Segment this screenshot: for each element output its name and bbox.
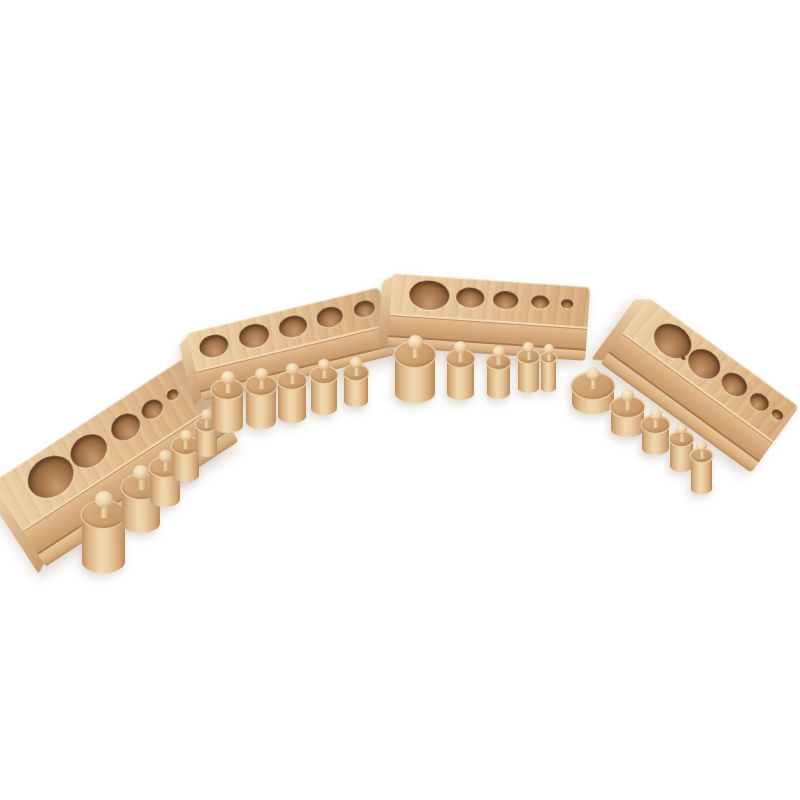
block-3-socket-5 — [561, 299, 574, 309]
block-1-socket-4 — [138, 396, 166, 423]
block-3-socket-3 — [493, 290, 519, 310]
knobbed-cylinder-set-4-4-knob — [676, 424, 687, 434]
block-4-socket-4 — [746, 390, 772, 415]
knobbed-cylinder-set-2-5-knob — [350, 357, 362, 368]
block-4-socket-5 — [770, 407, 785, 421]
knobbed-cylinder-set-4-3 — [642, 409, 669, 455]
knobbed-cylinder-set-1-4 — [172, 430, 199, 482]
product-photo — [0, 0, 800, 800]
knobbed-cylinder-set-2-2 — [246, 368, 276, 429]
knobbed-cylinder-set-3-2 — [447, 341, 474, 400]
knobbed-cylinder-set-3-3-knob — [493, 346, 505, 357]
knobbed-cylinder-set-1-3-knob — [159, 450, 172, 462]
block-2-socket-1 — [197, 332, 230, 360]
knobbed-cylinder-set-3-5-body — [541, 358, 556, 392]
knobbed-cylinder-set-4-2-knob — [621, 389, 634, 401]
block-1-socket-5 — [165, 387, 181, 402]
block-1-socket-3 — [106, 408, 145, 445]
knobbed-cylinder-set-4-1-knob — [586, 367, 600, 380]
knobbed-cylinder-set-2-3 — [278, 363, 306, 423]
knobbed-cylinder-set-3-3 — [487, 346, 510, 399]
block-2-socket-3 — [277, 313, 309, 340]
block-2-socket-2 — [237, 321, 272, 350]
knobbed-cylinder-set-4-2 — [611, 389, 644, 437]
knobbed-cylinder-set-4-3-knob — [650, 409, 662, 420]
knobbed-cylinder-set-3-4 — [518, 342, 539, 393]
block-2-socket-5 — [352, 299, 376, 319]
knobbed-cylinder-set-4-5-knob — [696, 441, 707, 451]
knobbed-cylinder-set-3-1 — [395, 335, 435, 403]
block-3-socket-4 — [531, 295, 550, 309]
knobbed-cylinder-set-1-1-knob — [95, 491, 113, 508]
block-3-socket-2 — [456, 287, 485, 309]
knobbed-cylinder-set-4-4 — [670, 424, 693, 472]
knobbed-cylinder-set-2-3-knob — [286, 363, 299, 375]
knobbed-cylinder-set-2-1-knob — [221, 371, 235, 384]
knobbed-cylinder-set-2-5 — [344, 357, 368, 407]
knobbed-cylinder-set-3-4-knob — [523, 342, 534, 352]
knobbed-cylinder-set-3-1-knob — [408, 335, 423, 349]
knobbed-cylinder-set-1-1 — [82, 491, 125, 573]
block-3-socket-1 — [408, 279, 450, 311]
knobbed-cylinder-set-4-1 — [572, 367, 614, 414]
knobbed-cylinder-set-4-5 — [691, 441, 712, 494]
knobbed-cylinder-set-1-4-knob — [180, 430, 192, 441]
block-4-socket-3 — [717, 368, 751, 401]
knobbed-cylinder-set-3-2-knob — [454, 341, 467, 353]
knobbed-cylinder-set-2-2-knob — [255, 368, 268, 380]
knobbed-cylinder-set-2-1 — [212, 371, 243, 433]
knobbed-cylinder-set-1-2-knob — [133, 465, 149, 480]
knobbed-cylinder-set-3-5-knob — [544, 344, 554, 354]
knobbed-cylinder-set-2-4 — [311, 359, 337, 415]
knobbed-cylinder-set-3-5 — [541, 344, 556, 392]
knobbed-cylinder-set-2-4-knob — [318, 359, 330, 370]
block-2-socket-4 — [315, 304, 345, 330]
